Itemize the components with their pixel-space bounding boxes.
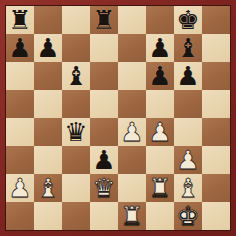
square-d4[interactable] [90,118,118,146]
black-pawn[interactable]: ♟ [148,62,171,90]
square-a7[interactable]: ♟ [6,34,34,62]
square-c8[interactable] [62,6,90,34]
white-rook[interactable]: ♜ [120,202,143,230]
square-c2[interactable] [62,174,90,202]
square-g3[interactable]: ♟ [174,146,202,174]
square-b7[interactable]: ♟ [34,34,62,62]
square-g4[interactable] [174,118,202,146]
square-c7[interactable] [62,34,90,62]
square-c6[interactable]: ♝ [62,62,90,90]
chess-board: ♜♜♚♟♟♟♝♝♟♟♛♟♟♟♟♟♝♛♜♝♜♚ [6,6,230,230]
white-bishop[interactable]: ♝ [176,174,199,202]
square-a8[interactable]: ♜ [6,6,34,34]
square-b4[interactable] [34,118,62,146]
square-a4[interactable] [6,118,34,146]
square-b5[interactable] [34,90,62,118]
square-g7[interactable]: ♝ [174,34,202,62]
square-d2[interactable]: ♛ [90,174,118,202]
black-pawn[interactable]: ♟ [36,34,59,62]
square-e7[interactable] [118,34,146,62]
square-f3[interactable] [146,146,174,174]
square-h3[interactable] [202,146,230,174]
square-d3[interactable]: ♟ [90,146,118,174]
square-d7[interactable] [90,34,118,62]
square-h7[interactable] [202,34,230,62]
square-h4[interactable] [202,118,230,146]
white-pawn[interactable]: ♟ [148,118,171,146]
square-a6[interactable] [6,62,34,90]
square-a2[interactable]: ♟ [6,174,34,202]
white-rook[interactable]: ♜ [148,174,171,202]
square-d8[interactable]: ♜ [90,6,118,34]
white-pawn[interactable]: ♟ [176,146,199,174]
square-g1[interactable]: ♚ [174,202,202,230]
black-queen[interactable]: ♛ [64,118,87,146]
square-a5[interactable] [6,90,34,118]
square-e6[interactable] [118,62,146,90]
square-e1[interactable]: ♜ [118,202,146,230]
square-g2[interactable]: ♝ [174,174,202,202]
black-pawn[interactable]: ♟ [176,62,199,90]
square-g6[interactable]: ♟ [174,62,202,90]
square-h5[interactable] [202,90,230,118]
square-c5[interactable] [62,90,90,118]
square-b8[interactable] [34,6,62,34]
square-h6[interactable] [202,62,230,90]
square-b6[interactable] [34,62,62,90]
square-g5[interactable] [174,90,202,118]
black-pawn[interactable]: ♟ [8,34,31,62]
square-e5[interactable] [118,90,146,118]
square-b2[interactable]: ♝ [34,174,62,202]
black-rook[interactable]: ♜ [92,6,115,34]
white-pawn[interactable]: ♟ [120,118,143,146]
square-f2[interactable]: ♜ [146,174,174,202]
square-b1[interactable] [34,202,62,230]
board-frame: ♜♜♚♟♟♟♝♝♟♟♛♟♟♟♟♟♝♛♜♝♜♚ [0,0,236,236]
square-e2[interactable] [118,174,146,202]
square-a3[interactable] [6,146,34,174]
square-h8[interactable] [202,6,230,34]
square-d5[interactable] [90,90,118,118]
black-bishop[interactable]: ♝ [176,34,199,62]
square-c3[interactable] [62,146,90,174]
black-rook[interactable]: ♜ [8,6,31,34]
square-c1[interactable] [62,202,90,230]
black-king[interactable]: ♚ [176,6,199,34]
square-h2[interactable] [202,174,230,202]
square-h1[interactable] [202,202,230,230]
square-b3[interactable] [34,146,62,174]
square-d1[interactable] [90,202,118,230]
white-king[interactable]: ♚ [176,202,199,230]
square-f4[interactable]: ♟ [146,118,174,146]
black-bishop[interactable]: ♝ [64,62,87,90]
square-g8[interactable]: ♚ [174,6,202,34]
square-a1[interactable] [6,202,34,230]
square-f6[interactable]: ♟ [146,62,174,90]
black-pawn[interactable]: ♟ [92,146,115,174]
white-bishop[interactable]: ♝ [36,174,59,202]
black-pawn[interactable]: ♟ [148,34,171,62]
white-queen[interactable]: ♛ [92,174,115,202]
square-e8[interactable] [118,6,146,34]
square-f8[interactable] [146,6,174,34]
square-f1[interactable] [146,202,174,230]
white-pawn[interactable]: ♟ [8,174,31,202]
square-f7[interactable]: ♟ [146,34,174,62]
square-d6[interactable] [90,62,118,90]
square-e3[interactable] [118,146,146,174]
square-f5[interactable] [146,90,174,118]
square-c4[interactable]: ♛ [62,118,90,146]
square-e4[interactable]: ♟ [118,118,146,146]
